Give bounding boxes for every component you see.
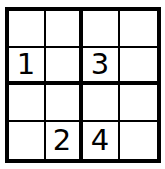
page-background: 1 3 2 4 [0,0,165,169]
cell-r2c3[interactable]: 3 [83,48,120,85]
cell-r1c3[interactable] [83,11,120,48]
cell-r1c1[interactable] [9,11,46,48]
cell-r2c4[interactable] [120,48,157,85]
cell-r1c4[interactable] [120,11,157,48]
cell-r3c2[interactable] [46,85,83,122]
sudoku-board: 1 3 2 4 [5,7,161,163]
cell-r4c2[interactable]: 2 [46,122,83,159]
cell-r3c3[interactable] [83,85,120,122]
cell-r4c4[interactable] [120,122,157,159]
cell-r2c1[interactable]: 1 [9,48,46,85]
cell-r4c3[interactable]: 4 [83,122,120,159]
cell-r4c1[interactable] [9,122,46,159]
cell-r3c4[interactable] [120,85,157,122]
cell-r1c2[interactable] [46,11,83,48]
cell-r2c2[interactable] [46,48,83,85]
cell-r3c1[interactable] [9,85,46,122]
